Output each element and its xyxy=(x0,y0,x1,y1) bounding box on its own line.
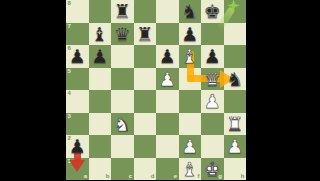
rank-label-7: 7 xyxy=(68,23,71,30)
square-c2[interactable] xyxy=(111,135,134,158)
square-h7[interactable] xyxy=(224,23,247,46)
piece-white-p-h2[interactable]: ♟ xyxy=(224,135,247,158)
file-label-b: b xyxy=(106,173,110,180)
piece-white-p-g4[interactable]: ♟ xyxy=(201,90,224,113)
square-a7[interactable]: 7 xyxy=(66,23,89,46)
chess-board[interactable]: 87654321abcdefgh♜♞♚♝♛♜♟♟♟♟♝♟♟♛♞♟♞♜♟♟♟♝♚ xyxy=(66,0,246,180)
piece-black-b-b7[interactable]: ♝ xyxy=(89,23,112,46)
square-e8[interactable] xyxy=(156,0,179,23)
piece-black-n-h5[interactable]: ♞ xyxy=(224,68,247,91)
letterbox-right xyxy=(246,0,320,180)
piece-black-p-e6[interactable]: ♟ xyxy=(156,45,179,68)
piece-black-r-c8[interactable]: ♜ xyxy=(111,0,134,23)
square-g3[interactable] xyxy=(201,113,224,136)
square-d2[interactable] xyxy=(134,135,157,158)
square-e4[interactable] xyxy=(156,90,179,113)
piece-white-b-f1[interactable]: ♝ xyxy=(179,158,202,181)
square-d5[interactable] xyxy=(134,68,157,91)
file-label-h: h xyxy=(241,173,245,180)
rank-label-3: 3 xyxy=(68,113,71,120)
square-e7[interactable] xyxy=(156,23,179,46)
square-a4[interactable]: 4 xyxy=(66,90,89,113)
square-d8[interactable] xyxy=(134,0,157,23)
screenshot: 87654321abcdefgh♜♞♚♝♛♜♟♟♟♟♝♟♟♛♞♟♞♜♟♟♟♝♚ xyxy=(0,0,320,180)
file-label-d: d xyxy=(151,173,155,180)
square-b1[interactable]: b xyxy=(89,158,112,181)
square-g2[interactable] xyxy=(201,135,224,158)
square-e1[interactable]: e xyxy=(156,158,179,181)
square-c5[interactable] xyxy=(111,68,134,91)
square-h1[interactable]: h xyxy=(224,158,247,181)
piece-white-q-g5[interactable]: ♛ xyxy=(201,68,224,91)
piece-black-q-c7[interactable]: ♛ xyxy=(111,23,134,46)
file-label-e: e xyxy=(174,173,177,180)
piece-black-p-g6[interactable]: ♟ xyxy=(201,45,224,68)
square-b5[interactable] xyxy=(89,68,112,91)
square-a3[interactable]: 3 xyxy=(66,113,89,136)
square-d3[interactable] xyxy=(134,113,157,136)
square-b8[interactable] xyxy=(89,0,112,23)
square-b3[interactable] xyxy=(89,113,112,136)
piece-black-r-d7[interactable]: ♜ xyxy=(134,23,157,46)
piece-white-p-e5[interactable]: ♟ xyxy=(156,68,179,91)
square-c4[interactable] xyxy=(111,90,134,113)
square-a5[interactable]: 5 xyxy=(66,68,89,91)
piece-black-p-a6[interactable]: ♟ xyxy=(66,45,89,68)
square-e3[interactable] xyxy=(156,113,179,136)
square-d4[interactable] xyxy=(134,90,157,113)
square-c1[interactable]: c xyxy=(111,158,134,181)
letterbox-left xyxy=(0,0,66,180)
rank-label-5: 5 xyxy=(68,68,71,75)
rank-label-8: 8 xyxy=(68,0,71,7)
square-a8[interactable]: 8 xyxy=(66,0,89,23)
square-h6[interactable] xyxy=(224,45,247,68)
square-h4[interactable] xyxy=(224,90,247,113)
file-label-a: a xyxy=(84,173,87,180)
piece-white-b-f6[interactable]: ♝ xyxy=(179,45,202,68)
square-d1[interactable]: d xyxy=(134,158,157,181)
square-b2[interactable] xyxy=(89,135,112,158)
square-c6[interactable] xyxy=(111,45,134,68)
square-f3[interactable] xyxy=(179,113,202,136)
piece-white-k-g1[interactable]: ♚ xyxy=(201,158,224,181)
piece-white-p-f2[interactable]: ♟ xyxy=(179,135,202,158)
square-d6[interactable] xyxy=(134,45,157,68)
file-label-c: c xyxy=(129,173,132,180)
square-f4[interactable] xyxy=(179,90,202,113)
square-b4[interactable] xyxy=(89,90,112,113)
piece-white-r-h3[interactable]: ♜ xyxy=(224,113,247,136)
piece-white-n-c3[interactable]: ♞ xyxy=(111,113,134,136)
piece-black-p-b6[interactable]: ♟ xyxy=(89,45,112,68)
piece-black-p-f7[interactable]: ♟ xyxy=(179,23,202,46)
rank-label-4: 4 xyxy=(68,90,71,97)
piece-black-n-f8[interactable]: ♞ xyxy=(179,0,202,23)
piece-black-p-a2[interactable]: ♟ xyxy=(66,135,89,158)
square-e2[interactable] xyxy=(156,135,179,158)
promotion-threat-arrow-head xyxy=(69,160,85,172)
